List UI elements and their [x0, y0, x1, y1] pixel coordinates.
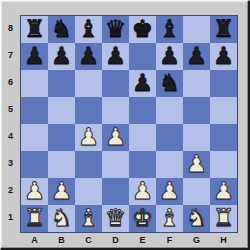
piece-black-pawn-c7[interactable]: ♟ [78, 43, 100, 70]
square-d8[interactable]: ♛ [102, 16, 129, 43]
square-a1[interactable]: ♜ [21, 205, 48, 232]
square-e6[interactable]: ♟ [129, 70, 156, 97]
piece-black-knight-f6[interactable]: ♞ [159, 70, 181, 97]
square-a6[interactable] [21, 70, 48, 97]
file-label-c: C [75, 234, 102, 248]
rank-label-4: 4 [2, 123, 19, 150]
square-b1[interactable]: ♞ [48, 205, 75, 232]
piece-black-knight-b8[interactable]: ♞ [51, 16, 73, 43]
chessboard: ♜♞♝♛♚♝♜♟♟♟♟♟♟♟♟♞♟♟♟♟♟♟♟♟♜♞♝♛♚♝♞♜ [20, 15, 238, 233]
piece-white-bishop-c1[interactable]: ♝ [78, 205, 100, 232]
piece-white-pawn-c4[interactable]: ♟ [78, 124, 100, 151]
square-g4[interactable] [183, 124, 210, 151]
square-d5[interactable] [102, 97, 129, 124]
square-b5[interactable] [48, 97, 75, 124]
square-f2[interactable]: ♟ [156, 178, 183, 205]
file-label-d: D [102, 234, 129, 248]
square-h2[interactable]: ♟ [210, 178, 237, 205]
rank-label-3: 3 [2, 150, 19, 177]
square-a8[interactable]: ♜ [21, 16, 48, 43]
square-b3[interactable] [48, 151, 75, 178]
piece-white-pawn-e2[interactable]: ♟ [132, 178, 154, 205]
square-e7[interactable] [129, 43, 156, 70]
file-label-h: H [210, 234, 237, 248]
square-g6[interactable] [183, 70, 210, 97]
square-g7[interactable]: ♟ [183, 43, 210, 70]
piece-black-pawn-h7[interactable]: ♟ [213, 43, 235, 70]
square-d4[interactable]: ♟ [102, 124, 129, 151]
rank-label-1: 1 [2, 204, 19, 231]
square-g5[interactable] [183, 97, 210, 124]
square-c7[interactable]: ♟ [75, 43, 102, 70]
piece-white-pawn-f2[interactable]: ♟ [159, 178, 181, 205]
piece-white-pawn-d4[interactable]: ♟ [105, 124, 127, 151]
square-c3[interactable] [75, 151, 102, 178]
square-d6[interactable] [102, 70, 129, 97]
square-e3[interactable] [129, 151, 156, 178]
square-b8[interactable]: ♞ [48, 16, 75, 43]
piece-black-pawn-g7[interactable]: ♟ [186, 43, 208, 70]
square-d7[interactable]: ♟ [102, 43, 129, 70]
square-h8[interactable]: ♜ [210, 16, 237, 43]
square-f1[interactable]: ♝ [156, 205, 183, 232]
square-e5[interactable] [129, 97, 156, 124]
piece-black-pawn-a7[interactable]: ♟ [24, 43, 46, 70]
square-f6[interactable]: ♞ [156, 70, 183, 97]
square-b7[interactable]: ♟ [48, 43, 75, 70]
square-a2[interactable]: ♟ [21, 178, 48, 205]
piece-white-pawn-b2[interactable]: ♟ [51, 178, 73, 205]
square-f5[interactable] [156, 97, 183, 124]
square-g3[interactable]: ♟ [183, 151, 210, 178]
file-label-b: B [48, 234, 75, 248]
square-c4[interactable]: ♟ [75, 124, 102, 151]
rank-label-7: 7 [2, 42, 19, 69]
piece-white-pawn-g3[interactable]: ♟ [186, 151, 208, 178]
piece-black-king-e8[interactable]: ♚ [132, 16, 154, 43]
piece-white-knight-b1[interactable]: ♞ [51, 205, 73, 232]
piece-black-pawn-b7[interactable]: ♟ [51, 43, 73, 70]
square-a7[interactable]: ♟ [21, 43, 48, 70]
piece-white-rook-h1[interactable]: ♜ [213, 205, 235, 232]
piece-white-rook-a1[interactable]: ♜ [24, 205, 46, 232]
square-e8[interactable]: ♚ [129, 16, 156, 43]
piece-black-pawn-e6[interactable]: ♟ [132, 70, 154, 97]
piece-black-pawn-f7[interactable]: ♟ [159, 43, 181, 70]
rank-label-8: 8 [2, 15, 19, 42]
chessboard-frame: ♜♞♝♛♚♝♜♟♟♟♟♟♟♟♟♞♟♟♟♟♟♟♟♟♜♞♝♛♚♝♞♜ 8765432… [0, 0, 250, 250]
rank-label-2: 2 [2, 177, 19, 204]
square-g8[interactable] [183, 16, 210, 43]
square-c1[interactable]: ♝ [75, 205, 102, 232]
square-h4[interactable] [210, 124, 237, 151]
rank-label-5: 5 [2, 96, 19, 123]
square-c6[interactable] [75, 70, 102, 97]
file-label-f: F [156, 234, 183, 248]
square-c2[interactable] [75, 178, 102, 205]
file-label-e: E [129, 234, 156, 248]
square-g1[interactable]: ♞ [183, 205, 210, 232]
square-h7[interactable]: ♟ [210, 43, 237, 70]
file-label-a: A [21, 234, 48, 248]
piece-white-pawn-h2[interactable]: ♟ [213, 178, 235, 205]
square-h1[interactable]: ♜ [210, 205, 237, 232]
square-a4[interactable] [21, 124, 48, 151]
rank-label-6: 6 [2, 69, 19, 96]
piece-white-knight-g1[interactable]: ♞ [186, 205, 208, 232]
square-b6[interactable] [48, 70, 75, 97]
square-f7[interactable]: ♟ [156, 43, 183, 70]
file-label-g: G [183, 234, 210, 248]
piece-white-bishop-f1[interactable]: ♝ [159, 205, 181, 232]
piece-white-pawn-a2[interactable]: ♟ [24, 178, 46, 205]
square-d1[interactable]: ♛ [102, 205, 129, 232]
square-f4[interactable] [156, 124, 183, 151]
square-e1[interactable]: ♚ [129, 205, 156, 232]
square-d2[interactable] [102, 178, 129, 205]
square-h3[interactable] [210, 151, 237, 178]
square-d3[interactable] [102, 151, 129, 178]
square-b4[interactable] [48, 124, 75, 151]
square-b2[interactable]: ♟ [48, 178, 75, 205]
piece-white-king-e1[interactable]: ♚ [132, 205, 154, 232]
piece-black-queen-d8[interactable]: ♛ [105, 16, 127, 43]
square-f3[interactable] [156, 151, 183, 178]
square-g2[interactable] [183, 178, 210, 205]
piece-black-rook-a8[interactable]: ♜ [24, 16, 46, 43]
piece-black-bishop-f8[interactable]: ♝ [159, 16, 181, 43]
square-h5[interactable] [210, 97, 237, 124]
square-f8[interactable]: ♝ [156, 16, 183, 43]
square-a3[interactable] [21, 151, 48, 178]
square-a5[interactable] [21, 97, 48, 124]
piece-black-pawn-d7[interactable]: ♟ [105, 43, 127, 70]
square-c8[interactable]: ♝ [75, 16, 102, 43]
square-c5[interactable] [75, 97, 102, 124]
square-e2[interactable]: ♟ [129, 178, 156, 205]
square-h6[interactable] [210, 70, 237, 97]
piece-black-bishop-c8[interactable]: ♝ [78, 16, 100, 43]
square-e4[interactable] [129, 124, 156, 151]
piece-black-rook-h8[interactable]: ♜ [213, 16, 235, 43]
piece-white-queen-d1[interactable]: ♛ [105, 205, 127, 232]
